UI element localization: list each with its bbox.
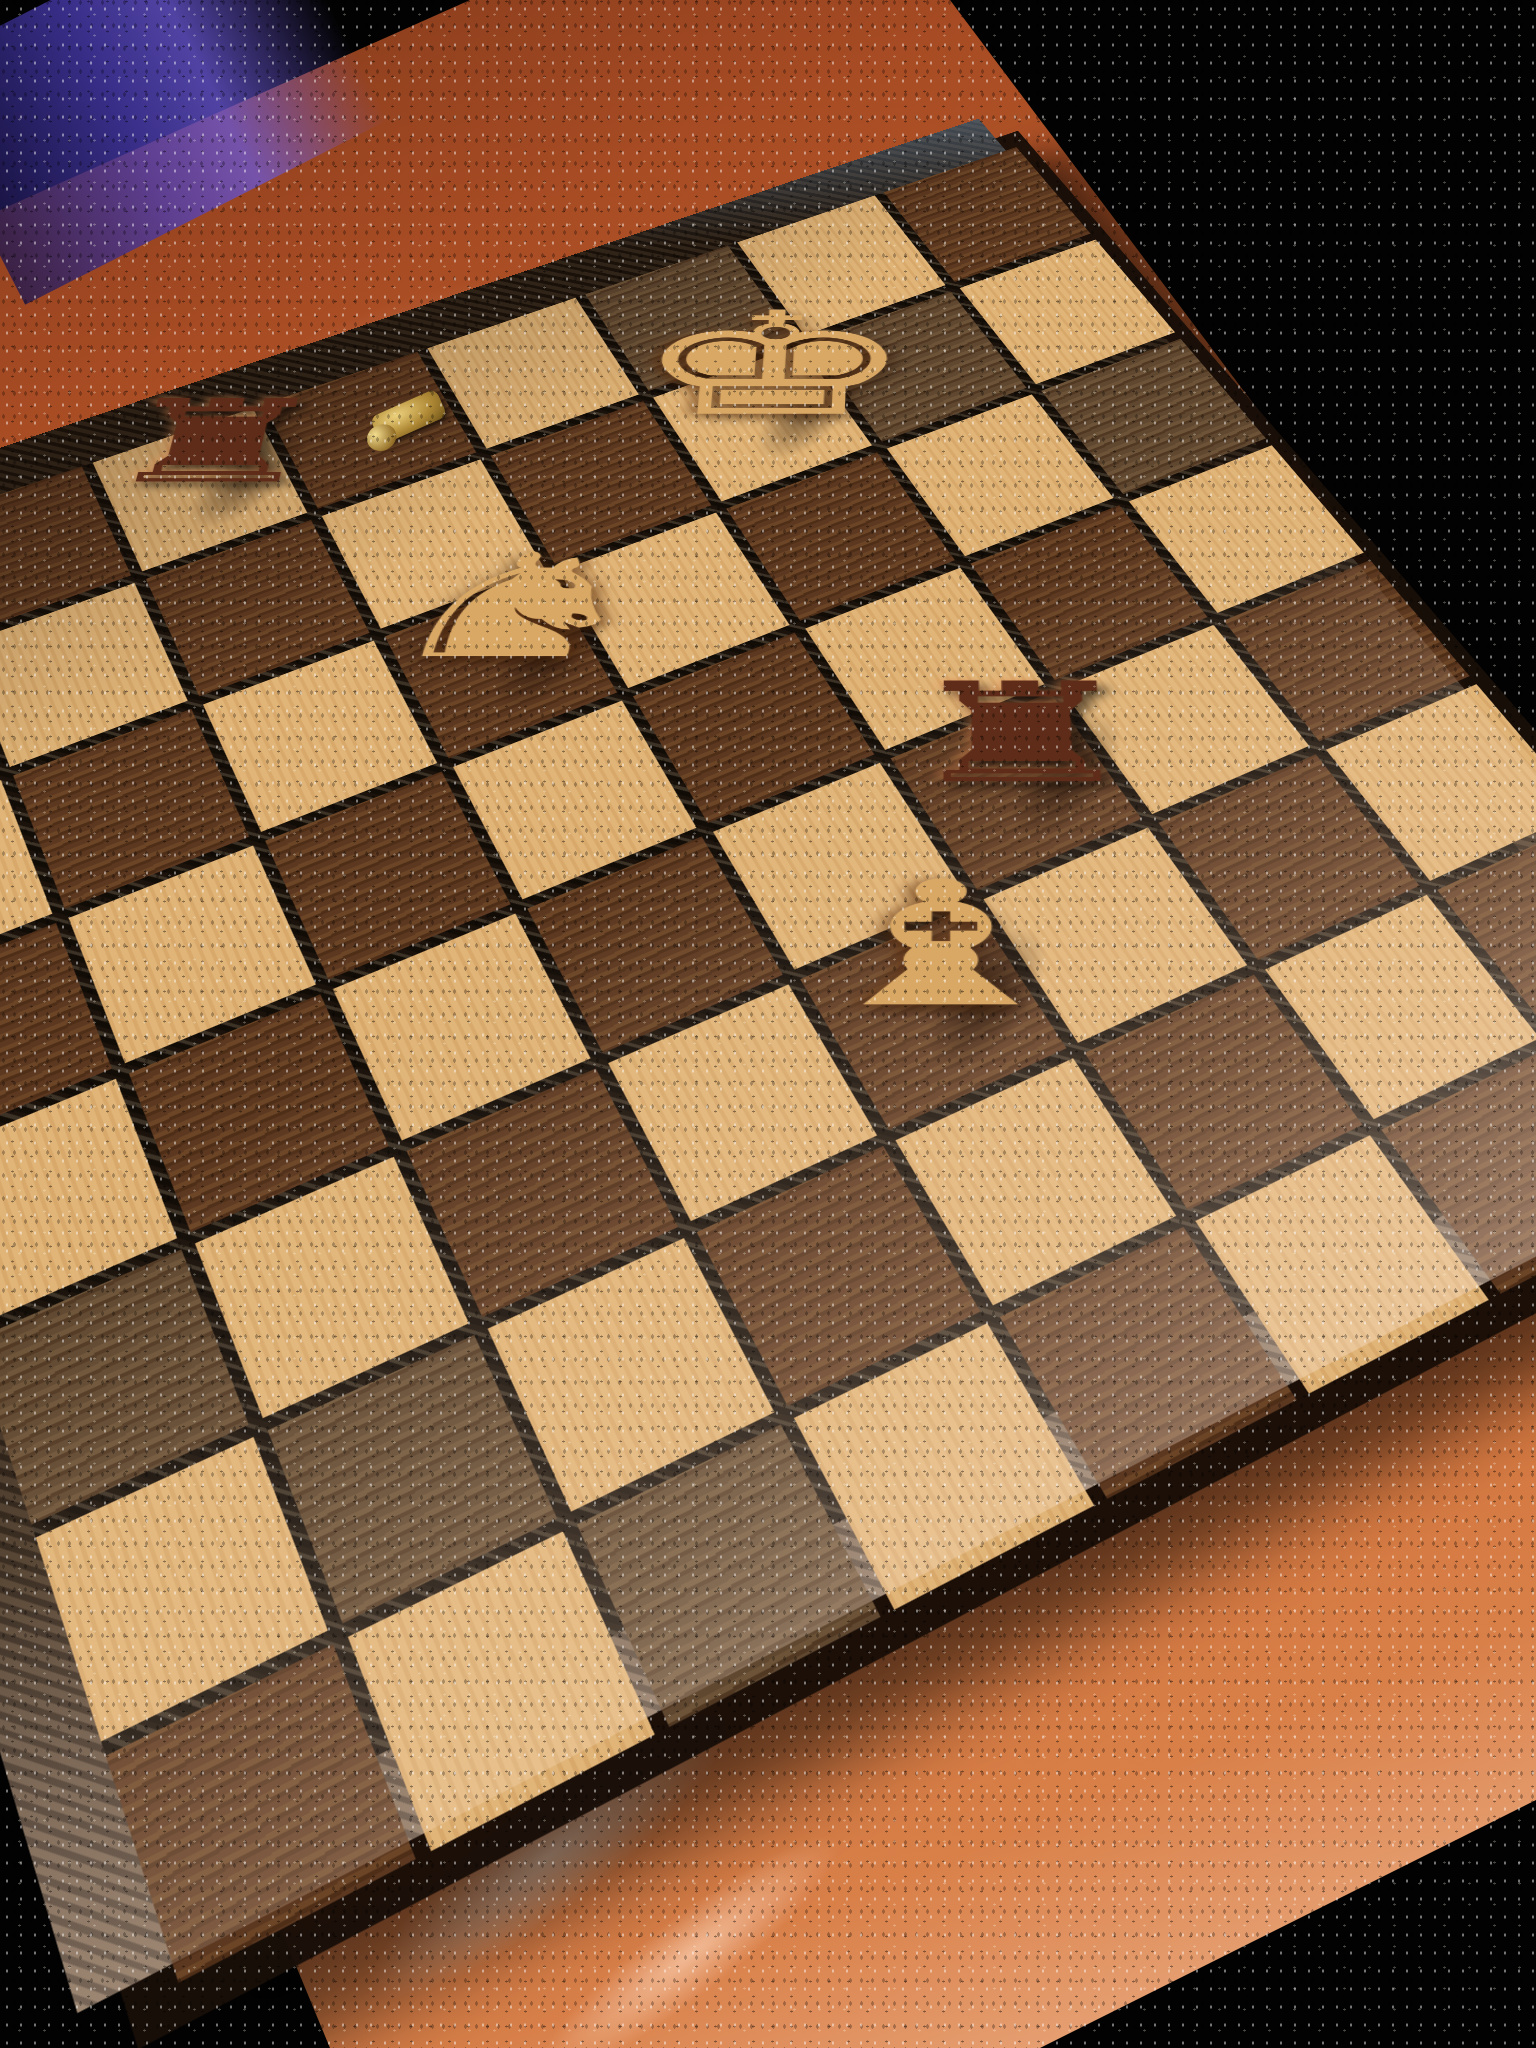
white-bishop-e3[interactable]: ♝ [792,863,1090,1027]
white-king-f7[interactable]: ♚ [622,297,919,433]
black-rook-c8[interactable]: ♜ [89,388,341,497]
white-knight-d6[interactable]: ♞ [369,539,657,676]
black-rook-f4[interactable]: ♜ [896,668,1148,799]
photo-scene: ♜♚♞♜♝ [0,0,1536,2048]
